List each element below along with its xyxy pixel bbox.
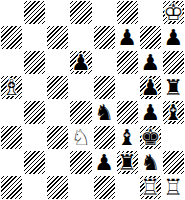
- square-c8[interactable]: [46, 0, 69, 25]
- square-d7[interactable]: [69, 25, 92, 50]
- square-d2[interactable]: [69, 150, 92, 175]
- square-e2[interactable]: ♟: [93, 150, 116, 175]
- square-a2[interactable]: [0, 150, 23, 175]
- square-b1[interactable]: [23, 175, 46, 200]
- square-b5[interactable]: [23, 75, 46, 100]
- black-rook[interactable]: ♜: [162, 75, 185, 100]
- black-pawn[interactable]: ♟: [162, 25, 185, 50]
- square-h1[interactable]: ♜♖: [162, 175, 185, 200]
- chess-board: ♚♔♟♟♟♟♝♗♟♜♞♟♝♞♘♝♚♟♜♞♜♖♜♖: [0, 0, 185, 200]
- white-knight[interactable]: ♞♘: [69, 125, 92, 150]
- square-f6[interactable]: [116, 50, 139, 75]
- square-g2[interactable]: ♞: [139, 150, 162, 175]
- square-e5[interactable]: [93, 75, 116, 100]
- square-a7[interactable]: [0, 25, 23, 50]
- square-g6[interactable]: ♟: [139, 50, 162, 75]
- white-king[interactable]: ♚♔: [163, 1, 184, 24]
- square-h8[interactable]: ♚♔: [162, 0, 185, 25]
- square-g7[interactable]: [139, 25, 162, 50]
- square-c2[interactable]: [46, 150, 69, 175]
- square-b8[interactable]: [23, 0, 46, 25]
- square-e6[interactable]: [93, 50, 116, 75]
- square-a6[interactable]: [0, 50, 23, 75]
- square-d5[interactable]: [69, 75, 92, 100]
- black-knight[interactable]: ♞: [139, 150, 162, 175]
- white-piece-outline-layer: ♗: [2, 77, 22, 99]
- square-b6[interactable]: [23, 50, 46, 75]
- square-e3[interactable]: [93, 125, 116, 150]
- square-c6[interactable]: [46, 50, 69, 75]
- square-c1[interactable]: [46, 175, 69, 200]
- white-bishop[interactable]: ♝♗: [1, 76, 22, 99]
- square-g3[interactable]: ♚: [139, 125, 162, 150]
- square-h4[interactable]: ♝: [162, 100, 185, 125]
- square-g1[interactable]: ♜♖: [139, 175, 162, 200]
- square-d6[interactable]: ♟: [69, 50, 92, 75]
- square-e8[interactable]: [93, 0, 116, 25]
- square-h2[interactable]: [162, 150, 185, 175]
- square-c3[interactable]: [46, 125, 69, 150]
- black-pawn[interactable]: ♟: [70, 51, 91, 74]
- white-piece-outline-layer: ♖: [164, 177, 184, 199]
- square-a5[interactable]: ♝♗: [0, 75, 23, 100]
- square-d1[interactable]: [69, 175, 92, 200]
- white-piece-outline-layer: ♔: [164, 2, 184, 24]
- square-a8[interactable]: [0, 0, 23, 25]
- square-f2[interactable]: ♜: [116, 150, 139, 175]
- square-f5[interactable]: [116, 75, 139, 100]
- square-h5[interactable]: ♜: [162, 75, 185, 100]
- square-d4[interactable]: [69, 100, 92, 125]
- black-king[interactable]: ♚: [140, 126, 161, 149]
- square-b7[interactable]: [23, 25, 46, 50]
- square-h3[interactable]: [162, 125, 185, 150]
- square-f4[interactable]: [116, 100, 139, 125]
- white-piece-outline-layer: ♘: [71, 127, 91, 149]
- black-knight[interactable]: ♞: [93, 100, 116, 125]
- black-rook[interactable]: ♜: [117, 151, 138, 174]
- square-h7[interactable]: ♟: [162, 25, 185, 50]
- square-g4[interactable]: ♟: [139, 100, 162, 125]
- square-a4[interactable]: [0, 100, 23, 125]
- square-c5[interactable]: [46, 75, 69, 100]
- black-pawn[interactable]: ♟: [116, 25, 139, 50]
- square-e4[interactable]: ♞: [93, 100, 116, 125]
- black-pawn[interactable]: ♟: [139, 100, 162, 125]
- square-a1[interactable]: [0, 175, 23, 200]
- square-b2[interactable]: [23, 150, 46, 175]
- square-a3[interactable]: [0, 125, 23, 150]
- white-rook[interactable]: ♜♖: [140, 176, 161, 199]
- square-h6[interactable]: [162, 50, 185, 75]
- white-rook[interactable]: ♜♖: [162, 175, 185, 200]
- square-d3[interactable]: ♞♘: [69, 125, 92, 150]
- square-g8[interactable]: [139, 0, 162, 25]
- square-c4[interactable]: [46, 100, 69, 125]
- square-f7[interactable]: ♟: [116, 25, 139, 50]
- square-e7[interactable]: [93, 25, 116, 50]
- black-bishop[interactable]: ♝: [116, 125, 139, 150]
- square-b4[interactable]: [23, 100, 46, 125]
- black-bishop[interactable]: ♝: [163, 101, 184, 124]
- white-piece-outline-layer: ♖: [140, 177, 160, 199]
- square-f8[interactable]: [116, 0, 139, 25]
- black-pawn[interactable]: ♟: [139, 50, 162, 75]
- square-c7[interactable]: [46, 25, 69, 50]
- square-e1[interactable]: [93, 175, 116, 200]
- square-f3[interactable]: ♝: [116, 125, 139, 150]
- black-pawn[interactable]: ♟: [93, 150, 116, 175]
- square-g5[interactable]: ♟: [139, 75, 162, 100]
- square-d8[interactable]: [69, 0, 92, 25]
- black-pawn[interactable]: ♟: [140, 76, 161, 99]
- square-b3[interactable]: [23, 125, 46, 150]
- square-f1[interactable]: [116, 175, 139, 200]
